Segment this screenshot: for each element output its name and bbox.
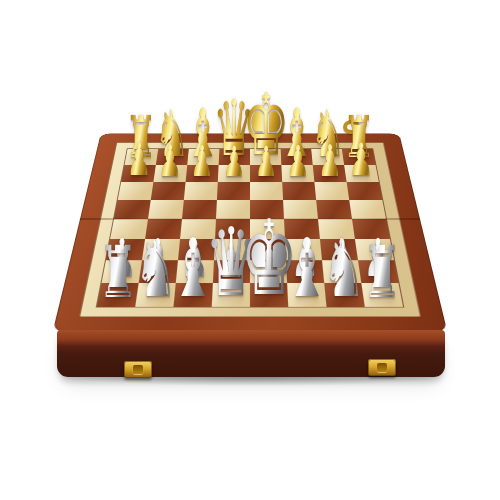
square-e2 bbox=[250, 260, 287, 283]
square-g6 bbox=[314, 182, 349, 200]
square-c2 bbox=[176, 260, 214, 283]
latch-right-icon bbox=[368, 359, 396, 376]
square-d5 bbox=[216, 200, 250, 219]
square-d3 bbox=[214, 239, 250, 260]
square-g8 bbox=[311, 149, 344, 165]
square-g4 bbox=[318, 219, 355, 239]
square-f1 bbox=[287, 283, 326, 307]
square-b2 bbox=[139, 260, 178, 283]
square-g1 bbox=[324, 283, 365, 307]
square-e6 bbox=[250, 182, 283, 200]
square-a3 bbox=[106, 239, 145, 260]
square-b5 bbox=[148, 200, 184, 219]
square-f5 bbox=[283, 200, 318, 219]
square-f4 bbox=[284, 219, 320, 239]
square-e7 bbox=[250, 165, 282, 182]
square-a5 bbox=[114, 200, 151, 219]
square-a2 bbox=[102, 260, 142, 283]
square-d4 bbox=[215, 219, 250, 239]
chess-board bbox=[52, 133, 447, 332]
square-e3 bbox=[250, 239, 286, 260]
square-a1 bbox=[97, 283, 139, 307]
square-b3 bbox=[142, 239, 180, 260]
square-g7 bbox=[313, 165, 347, 182]
square-a6 bbox=[118, 182, 154, 200]
square-g5 bbox=[316, 200, 352, 219]
square-a7 bbox=[121, 165, 156, 182]
square-c6 bbox=[184, 182, 218, 200]
square-e8 bbox=[250, 149, 281, 165]
square-f3 bbox=[285, 239, 322, 260]
square-f8 bbox=[281, 149, 313, 165]
square-b1 bbox=[135, 283, 176, 307]
square-f6 bbox=[282, 182, 316, 200]
square-c4 bbox=[180, 219, 216, 239]
square-d2 bbox=[213, 260, 250, 283]
square-e4 bbox=[250, 219, 285, 239]
square-b8 bbox=[156, 149, 189, 165]
square-g3 bbox=[320, 239, 358, 260]
square-c5 bbox=[182, 200, 217, 219]
square-b6 bbox=[151, 182, 186, 200]
square-f2 bbox=[286, 260, 324, 283]
hinge-seam bbox=[80, 218, 420, 219]
square-c8 bbox=[187, 149, 219, 165]
square-d1 bbox=[212, 283, 250, 307]
square-h7 bbox=[344, 165, 379, 182]
latch-left-icon bbox=[124, 361, 152, 378]
square-g2 bbox=[322, 260, 361, 283]
square-a4 bbox=[110, 219, 148, 239]
square-a8 bbox=[124, 149, 158, 165]
square-e5 bbox=[250, 200, 284, 219]
board-grid bbox=[96, 148, 405, 307]
product-photo: ♜♞♝♛♚♝♞♜♟♟♟♟♟♟♟♟♟♟♟♟♟♟♟♟♜♞♝♛♚♝♞♜ bbox=[0, 0, 500, 500]
square-c1 bbox=[173, 283, 212, 307]
square-h2 bbox=[358, 260, 398, 283]
square-h8 bbox=[342, 149, 376, 165]
square-h3 bbox=[355, 239, 394, 260]
square-b4 bbox=[145, 219, 182, 239]
square-h4 bbox=[352, 219, 390, 239]
square-c3 bbox=[178, 239, 215, 260]
handle-ring-icon bbox=[343, 120, 360, 134]
square-h5 bbox=[349, 200, 386, 219]
square-f7 bbox=[281, 165, 314, 182]
square-d8 bbox=[219, 149, 250, 165]
square-c7 bbox=[186, 165, 219, 182]
square-d7 bbox=[218, 165, 250, 182]
square-h1 bbox=[361, 283, 403, 307]
square-h6 bbox=[347, 182, 383, 200]
board-border-strip bbox=[79, 142, 421, 317]
square-d6 bbox=[217, 182, 250, 200]
square-e1 bbox=[250, 283, 288, 307]
square-b7 bbox=[153, 165, 187, 182]
